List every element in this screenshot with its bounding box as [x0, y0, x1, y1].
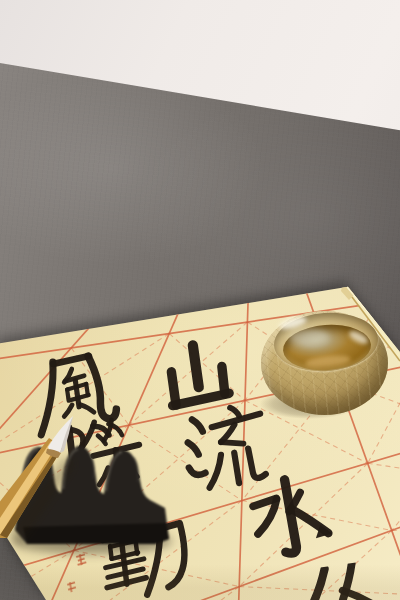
liquid-reflection [289, 329, 329, 346]
water-bowl [255, 300, 400, 430]
calligraphy-brush [0, 405, 88, 545]
photo-scene [0, 0, 400, 600]
